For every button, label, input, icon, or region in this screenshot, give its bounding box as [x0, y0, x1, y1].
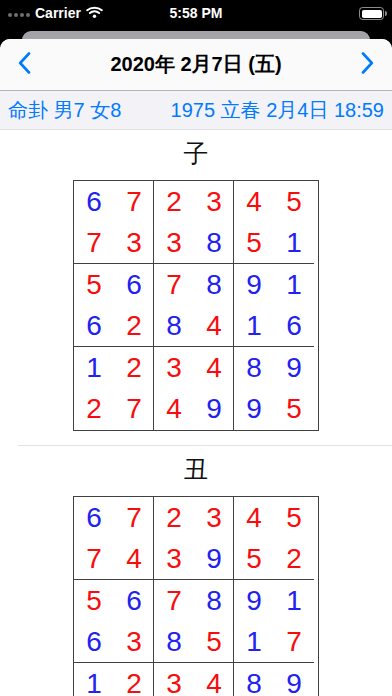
star-number: 7 — [74, 223, 114, 265]
board-title: 丑 — [0, 454, 392, 484]
star-number: 7 — [154, 264, 194, 306]
status-bar: Carrier 5:58 PM — [0, 0, 392, 26]
star-number: 5 — [274, 389, 314, 431]
star-number: 6 — [74, 622, 114, 664]
palace: 5662 — [74, 264, 154, 347]
palace: 7884 — [154, 264, 234, 347]
star-number: 2 — [154, 181, 194, 223]
star-number: 6 — [114, 264, 154, 306]
palace: 2338 — [154, 181, 234, 264]
star-number: 2 — [114, 306, 154, 348]
board-title: 子 — [0, 138, 392, 168]
star-number: 8 — [194, 223, 234, 265]
palace: 9116 — [234, 264, 314, 347]
star-number: 3 — [154, 663, 194, 696]
star-number: 5 — [274, 181, 314, 223]
star-number: 5 — [234, 223, 274, 265]
star-number: 7 — [114, 181, 154, 223]
chevron-right-icon — [361, 52, 374, 77]
charts-area: 子677323384551566278849116122734498995丑67… — [0, 138, 392, 696]
star-number: 5 — [274, 497, 314, 539]
star-number: 7 — [74, 539, 114, 581]
palace: 4551 — [234, 181, 314, 264]
status-time: 5:58 PM — [0, 5, 392, 21]
star-number: 6 — [274, 306, 314, 348]
star-number: 3 — [194, 497, 234, 539]
palace: 6773 — [74, 181, 154, 264]
star-number: 6 — [74, 306, 114, 348]
star-number: 4 — [234, 497, 274, 539]
star-number: 9 — [274, 347, 314, 389]
palace: 2339 — [154, 497, 234, 580]
star-number: 6 — [74, 181, 114, 223]
solar-term-label[interactable]: 1975 立春 2月4日 18:59 — [171, 97, 384, 124]
palace: 12 — [74, 663, 154, 696]
screen: { "status_bar": { "carrier": "Carrier", … — [0, 0, 392, 696]
star-number: 1 — [74, 347, 114, 389]
star-number: 3 — [114, 622, 154, 664]
star-number: 5 — [74, 264, 114, 306]
star-number: 1 — [74, 663, 114, 696]
star-number: 5 — [234, 539, 274, 581]
palace: 9117 — [234, 580, 314, 663]
star-number: 7 — [114, 389, 154, 431]
star-number: 2 — [74, 389, 114, 431]
star-number: 5 — [74, 580, 114, 622]
flying-star-grid: 677323384551566278849116122734498995 — [73, 180, 319, 431]
palace: 5663 — [74, 580, 154, 663]
star-number: 7 — [154, 580, 194, 622]
palace: 1227 — [74, 347, 154, 430]
star-number: 4 — [194, 347, 234, 389]
star-number: 9 — [194, 389, 234, 431]
star-number: 2 — [274, 539, 314, 581]
star-number: 5 — [194, 622, 234, 664]
star-number: 2 — [114, 347, 154, 389]
palace: 4552 — [234, 497, 314, 580]
flying-star-grid: 677423394552566378859117123489 — [73, 496, 319, 696]
life-gua-label[interactable]: 命卦 男7 女8 — [8, 97, 121, 124]
nav-bar: 2020年 2月7日 (五) — [0, 39, 392, 91]
star-number: 6 — [74, 497, 114, 539]
star-number: 7 — [114, 497, 154, 539]
star-number: 2 — [114, 663, 154, 696]
star-number: 4 — [234, 181, 274, 223]
star-number: 9 — [234, 389, 274, 431]
palace: 6774 — [74, 497, 154, 580]
star-number: 8 — [234, 663, 274, 696]
star-number: 8 — [154, 622, 194, 664]
star-number: 3 — [114, 223, 154, 265]
sheet: 2020年 2月7日 (五) 命卦 男7 女8 1975 立春 2月4日 18:… — [0, 39, 392, 696]
chevron-left-icon — [18, 52, 31, 77]
star-number: 9 — [234, 580, 274, 622]
star-number: 3 — [194, 181, 234, 223]
battery-icon — [359, 7, 384, 20]
star-number: 8 — [154, 306, 194, 348]
star-number: 3 — [154, 347, 194, 389]
palace: 8995 — [234, 347, 314, 430]
star-number: 4 — [194, 663, 234, 696]
star-number: 4 — [194, 306, 234, 348]
star-number: 1 — [234, 306, 274, 348]
star-number: 8 — [194, 264, 234, 306]
prev-day-button[interactable] — [0, 39, 44, 90]
star-number: 2 — [154, 497, 194, 539]
star-number: 9 — [234, 264, 274, 306]
star-number: 1 — [274, 264, 314, 306]
palace: 89 — [234, 663, 314, 696]
star-number: 1 — [234, 622, 274, 664]
next-day-button[interactable] — [348, 39, 392, 90]
star-number: 8 — [234, 347, 274, 389]
star-number: 3 — [154, 223, 194, 265]
star-number: 4 — [154, 389, 194, 431]
board-section: 丑677423394552566378859117123489 — [0, 454, 392, 696]
star-number: 9 — [274, 663, 314, 696]
palace: 34 — [154, 663, 234, 696]
star-number: 6 — [114, 580, 154, 622]
nav-title: 2020年 2月7日 (五) — [110, 51, 281, 78]
star-number: 3 — [154, 539, 194, 581]
star-number: 8 — [194, 580, 234, 622]
star-number: 1 — [274, 223, 314, 265]
star-number: 4 — [114, 539, 154, 581]
star-number: 1 — [274, 580, 314, 622]
palace: 7885 — [154, 580, 234, 663]
palace: 3449 — [154, 347, 234, 430]
section-separator — [18, 445, 392, 446]
star-number: 9 — [194, 539, 234, 581]
info-row: 命卦 男7 女8 1975 立春 2月4日 18:59 — [0, 91, 392, 130]
board-section: 子677323384551566278849116122734498995 — [0, 138, 392, 445]
star-number: 7 — [274, 622, 314, 664]
